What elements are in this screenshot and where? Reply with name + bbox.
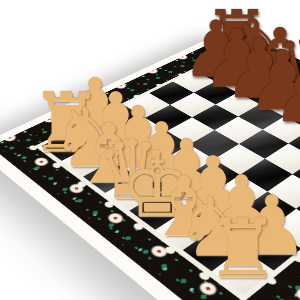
chess-set-photo: ♜♞♟♝♟♛♟♚♟♝♟♞♟♟♜♟♟♜♟♟♞♟♝♟♛♟♚♟♝♟♞♜	[0, 0, 300, 300]
chess-board	[0, 30, 300, 300]
board-field	[35, 48, 300, 300]
board-squares	[42, 50, 300, 294]
